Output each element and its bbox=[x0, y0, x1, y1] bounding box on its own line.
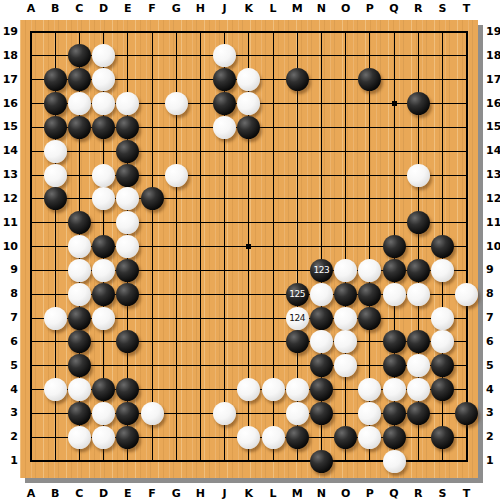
white-stone bbox=[68, 426, 91, 449]
white-stone bbox=[407, 164, 430, 187]
white-stone bbox=[334, 259, 357, 282]
black-stone bbox=[44, 68, 67, 91]
row-label-left-12: 12 bbox=[0, 193, 18, 205]
black-stone bbox=[141, 187, 164, 210]
row-label-left-3: 3 bbox=[0, 407, 18, 419]
row-label-right-7: 7 bbox=[486, 312, 500, 324]
black-stone bbox=[334, 426, 357, 449]
black-stone bbox=[68, 68, 91, 91]
column-label-bottom-D: D bbox=[99, 488, 108, 500]
white-stone bbox=[68, 259, 91, 282]
row-label-right-2: 2 bbox=[486, 431, 500, 443]
row-label-left-19: 19 bbox=[0, 26, 18, 38]
black-stone bbox=[92, 283, 115, 306]
black-stone bbox=[44, 116, 67, 139]
column-label-top-E: E bbox=[124, 3, 132, 15]
column-label-top-N: N bbox=[317, 3, 326, 15]
column-label-top-F: F bbox=[148, 3, 156, 15]
column-label-bottom-K: K bbox=[245, 488, 254, 500]
column-label-top-H: H bbox=[196, 3, 205, 15]
go-game-screenshot: 123125124 AABBCCDDEEFFGGHHJJKKLLMMNNOOPP… bbox=[0, 0, 500, 500]
row-label-left-1: 1 bbox=[0, 455, 18, 467]
white-stone bbox=[44, 164, 67, 187]
black-stone bbox=[383, 426, 406, 449]
white-stone bbox=[262, 426, 285, 449]
white-stone bbox=[213, 116, 236, 139]
row-label-right-3: 3 bbox=[486, 407, 500, 419]
white-stone bbox=[407, 283, 430, 306]
black-stone bbox=[68, 116, 91, 139]
black-stone bbox=[44, 187, 67, 210]
white-stone bbox=[141, 402, 164, 425]
row-label-right-5: 5 bbox=[486, 360, 500, 372]
black-stone bbox=[383, 402, 406, 425]
row-label-left-13: 13 bbox=[0, 169, 18, 181]
white-stone bbox=[92, 164, 115, 187]
column-label-bottom-B: B bbox=[51, 488, 59, 500]
white-stone bbox=[92, 426, 115, 449]
column-label-bottom-M: M bbox=[292, 488, 303, 500]
black-stone: 123 bbox=[310, 259, 333, 282]
black-stone bbox=[383, 330, 406, 353]
column-label-bottom-T: T bbox=[463, 488, 471, 500]
white-stone bbox=[68, 92, 91, 115]
black-stone bbox=[68, 402, 91, 425]
black-stone bbox=[431, 354, 454, 377]
black-stone bbox=[383, 259, 406, 282]
column-label-top-J: J bbox=[223, 3, 227, 15]
black-stone bbox=[407, 259, 430, 282]
column-label-top-M: M bbox=[292, 3, 303, 15]
star-point bbox=[246, 244, 251, 249]
black-stone bbox=[68, 354, 91, 377]
row-label-left-16: 16 bbox=[0, 98, 18, 110]
column-label-bottom-P: P bbox=[366, 488, 374, 500]
row-label-right-1: 1 bbox=[486, 455, 500, 467]
white-stone bbox=[383, 450, 406, 473]
white-stone bbox=[44, 307, 67, 330]
black-stone bbox=[310, 307, 333, 330]
row-label-right-12: 12 bbox=[486, 193, 500, 205]
column-label-top-C: C bbox=[75, 3, 83, 15]
row-label-right-11: 11 bbox=[486, 217, 500, 229]
white-stone bbox=[92, 259, 115, 282]
black-stone bbox=[116, 164, 139, 187]
black-stone bbox=[116, 140, 139, 163]
white-stone bbox=[213, 402, 236, 425]
column-label-bottom-A: A bbox=[27, 488, 36, 500]
column-label-top-Q: Q bbox=[389, 3, 398, 15]
black-stone bbox=[92, 116, 115, 139]
column-label-bottom-N: N bbox=[317, 488, 326, 500]
white-stone bbox=[68, 235, 91, 258]
row-label-right-18: 18 bbox=[486, 50, 500, 62]
white-stone bbox=[92, 92, 115, 115]
white-stone bbox=[44, 140, 67, 163]
column-label-bottom-G: G bbox=[172, 488, 181, 500]
column-label-bottom-F: F bbox=[148, 488, 156, 500]
star-point bbox=[392, 101, 397, 106]
column-label-top-S: S bbox=[438, 3, 446, 15]
white-stone bbox=[383, 378, 406, 401]
grid-line-vertical bbox=[345, 31, 346, 462]
white-stone bbox=[310, 283, 333, 306]
white-stone bbox=[286, 378, 309, 401]
white-stone bbox=[237, 426, 260, 449]
row-label-left-14: 14 bbox=[0, 145, 18, 157]
row-label-left-18: 18 bbox=[0, 50, 18, 62]
black-stone bbox=[237, 116, 260, 139]
column-label-bottom-Q: Q bbox=[389, 488, 398, 500]
black-stone bbox=[68, 307, 91, 330]
white-stone bbox=[44, 378, 67, 401]
column-label-bottom-E: E bbox=[124, 488, 132, 500]
black-stone bbox=[310, 354, 333, 377]
row-label-right-17: 17 bbox=[486, 74, 500, 86]
black-stone bbox=[431, 378, 454, 401]
column-label-top-B: B bbox=[51, 3, 59, 15]
column-label-top-D: D bbox=[99, 3, 108, 15]
column-label-bottom-C: C bbox=[75, 488, 83, 500]
white-stone bbox=[431, 259, 454, 282]
row-label-right-4: 4 bbox=[486, 384, 500, 396]
row-label-right-19: 19 bbox=[486, 26, 500, 38]
column-label-top-R: R bbox=[414, 3, 422, 15]
white-stone bbox=[431, 307, 454, 330]
column-label-bottom-L: L bbox=[269, 488, 276, 500]
row-label-left-4: 4 bbox=[0, 384, 18, 396]
white-stone bbox=[262, 378, 285, 401]
white-stone bbox=[334, 307, 357, 330]
column-label-top-A: A bbox=[27, 3, 36, 15]
move-number-label: 125 bbox=[286, 283, 309, 306]
black-stone bbox=[358, 307, 381, 330]
black-stone bbox=[407, 92, 430, 115]
black-stone bbox=[431, 235, 454, 258]
column-label-bottom-R: R bbox=[414, 488, 422, 500]
column-label-bottom-S: S bbox=[438, 488, 446, 500]
row-label-left-9: 9 bbox=[0, 264, 18, 276]
row-label-left-10: 10 bbox=[0, 241, 18, 253]
black-stone bbox=[310, 378, 333, 401]
row-label-right-9: 9 bbox=[486, 264, 500, 276]
black-stone bbox=[116, 283, 139, 306]
black-stone bbox=[286, 330, 309, 353]
black-stone bbox=[455, 402, 478, 425]
column-label-top-G: G bbox=[172, 3, 181, 15]
row-label-left-6: 6 bbox=[0, 336, 18, 348]
white-stone bbox=[68, 378, 91, 401]
black-stone bbox=[383, 354, 406, 377]
row-label-right-6: 6 bbox=[486, 336, 500, 348]
black-stone bbox=[358, 283, 381, 306]
black-stone bbox=[116, 116, 139, 139]
grid-line-vertical bbox=[466, 31, 468, 462]
row-label-right-13: 13 bbox=[486, 169, 500, 181]
black-stone bbox=[407, 211, 430, 234]
column-label-bottom-H: H bbox=[196, 488, 205, 500]
move-number-label: 124 bbox=[286, 307, 309, 330]
white-stone bbox=[358, 426, 381, 449]
black-stone bbox=[116, 426, 139, 449]
white-stone bbox=[165, 92, 188, 115]
move-number-label: 123 bbox=[310, 259, 333, 282]
black-stone bbox=[431, 426, 454, 449]
row-label-left-8: 8 bbox=[0, 288, 18, 300]
black-stone: 125 bbox=[286, 283, 309, 306]
white-stone bbox=[407, 354, 430, 377]
row-label-left-7: 7 bbox=[0, 312, 18, 324]
white-stone bbox=[68, 283, 91, 306]
column-label-top-L: L bbox=[269, 3, 276, 15]
black-stone bbox=[334, 283, 357, 306]
black-stone bbox=[213, 92, 236, 115]
column-label-top-O: O bbox=[341, 3, 350, 15]
row-label-left-2: 2 bbox=[0, 431, 18, 443]
row-label-right-8: 8 bbox=[486, 288, 500, 300]
column-label-top-T: T bbox=[463, 3, 471, 15]
black-stone bbox=[407, 402, 430, 425]
column-label-bottom-J: J bbox=[223, 488, 227, 500]
black-stone bbox=[286, 426, 309, 449]
white-stone bbox=[407, 378, 430, 401]
row-label-left-11: 11 bbox=[0, 217, 18, 229]
white-stone bbox=[165, 164, 188, 187]
black-stone bbox=[286, 68, 309, 91]
row-label-right-15: 15 bbox=[486, 121, 500, 133]
row-label-left-15: 15 bbox=[0, 121, 18, 133]
white-stone bbox=[286, 402, 309, 425]
black-stone bbox=[44, 92, 67, 115]
white-stone bbox=[455, 283, 478, 306]
white-stone bbox=[92, 307, 115, 330]
column-label-top-K: K bbox=[245, 3, 254, 15]
white-stone: 124 bbox=[286, 307, 309, 330]
black-stone bbox=[407, 330, 430, 353]
row-label-right-10: 10 bbox=[486, 241, 500, 253]
column-label-top-P: P bbox=[366, 3, 374, 15]
row-label-right-14: 14 bbox=[486, 145, 500, 157]
white-stone bbox=[383, 283, 406, 306]
white-stone bbox=[92, 402, 115, 425]
column-label-bottom-O: O bbox=[341, 488, 350, 500]
row-label-left-5: 5 bbox=[0, 360, 18, 372]
row-label-right-16: 16 bbox=[486, 98, 500, 110]
row-label-left-17: 17 bbox=[0, 74, 18, 86]
black-stone bbox=[68, 211, 91, 234]
black-stone bbox=[383, 235, 406, 258]
black-stone bbox=[92, 235, 115, 258]
black-stone bbox=[310, 402, 333, 425]
black-stone bbox=[310, 450, 333, 473]
